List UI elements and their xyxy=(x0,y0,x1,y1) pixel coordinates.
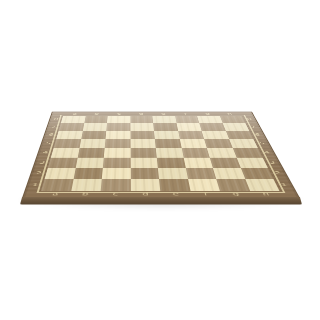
square-b5 xyxy=(79,139,105,148)
rank-label-1: 1 xyxy=(32,183,39,187)
square-c3 xyxy=(103,157,130,167)
perspective-wrapper: abcdefgh abcdefgh 87654321 87654321 xyxy=(0,0,300,198)
square-c1 xyxy=(101,179,131,191)
square-e6 xyxy=(154,131,180,139)
square-d5 xyxy=(130,139,156,148)
rank-label-2: 2 xyxy=(35,171,42,175)
square-f1 xyxy=(188,179,220,191)
rank-label-5: 5 xyxy=(259,142,266,145)
square-c2 xyxy=(102,168,131,179)
square-g6 xyxy=(202,131,229,139)
square-d7 xyxy=(130,123,154,131)
square-f4 xyxy=(181,148,209,158)
file-label-e: e xyxy=(172,192,179,196)
rank-label-3: 3 xyxy=(269,161,276,164)
square-c8 xyxy=(107,116,130,123)
square-g4 xyxy=(207,148,236,158)
rank-label-7: 7 xyxy=(250,126,256,129)
file-label-d: d xyxy=(142,192,149,196)
square-c6 xyxy=(106,131,131,139)
rank-label-4: 4 xyxy=(42,151,48,154)
square-f6 xyxy=(178,131,204,139)
square-h6 xyxy=(225,131,253,139)
square-g5 xyxy=(204,139,232,148)
rank-label-3: 3 xyxy=(39,161,46,164)
square-a3 xyxy=(48,157,77,167)
rank-label-7: 7 xyxy=(51,126,57,129)
square-b8 xyxy=(84,116,108,123)
square-e7 xyxy=(153,123,178,131)
file-label-e: e xyxy=(161,113,166,115)
file-label-g: g xyxy=(205,113,210,115)
square-e2 xyxy=(158,168,188,179)
square-h1 xyxy=(245,179,280,191)
square-f7 xyxy=(176,123,201,131)
file-label-a: a xyxy=(52,192,59,196)
square-h3 xyxy=(236,157,268,167)
square-e8 xyxy=(152,116,176,123)
file-label-g: g xyxy=(232,192,240,196)
file-label-h: h xyxy=(262,192,270,196)
square-h2 xyxy=(240,168,273,179)
square-g3 xyxy=(210,157,241,167)
square-a4 xyxy=(51,148,79,158)
rank-label-8: 8 xyxy=(246,118,252,120)
file-label-b: b xyxy=(94,113,99,115)
square-a8 xyxy=(61,116,85,123)
rank-label-2: 2 xyxy=(274,171,282,175)
square-f5 xyxy=(179,139,206,148)
board-front-edge xyxy=(20,197,302,205)
file-label-a: a xyxy=(72,113,77,115)
rank-label-1: 1 xyxy=(280,183,288,187)
product-photo-scene: abcdefgh abcdefgh 87654321 87654321 xyxy=(0,0,320,320)
square-h7 xyxy=(222,123,249,131)
square-e1 xyxy=(159,179,190,191)
file-label-d: d xyxy=(139,113,144,115)
square-f3 xyxy=(183,157,213,167)
square-a1 xyxy=(41,179,73,191)
file-label-f: f xyxy=(184,113,187,115)
rank-label-5: 5 xyxy=(45,142,51,145)
square-h5 xyxy=(229,139,258,148)
square-e4 xyxy=(156,148,183,158)
square-d6 xyxy=(130,131,155,139)
board-squares-grid xyxy=(41,116,279,191)
square-a2 xyxy=(45,168,76,179)
rank-label-8: 8 xyxy=(53,118,58,120)
rank-label-6: 6 xyxy=(254,133,260,136)
square-b3 xyxy=(75,157,103,167)
square-c4 xyxy=(104,148,130,158)
square-d4 xyxy=(130,148,157,158)
square-b2 xyxy=(73,168,103,179)
square-b6 xyxy=(81,131,106,139)
square-h8 xyxy=(219,116,245,123)
square-d1 xyxy=(130,179,160,191)
square-e3 xyxy=(157,157,186,167)
file-label-c: c xyxy=(113,192,119,196)
square-b4 xyxy=(77,148,104,158)
square-a5 xyxy=(54,139,81,148)
square-d2 xyxy=(130,168,159,179)
square-g7 xyxy=(199,123,225,131)
square-b7 xyxy=(82,123,107,131)
square-f8 xyxy=(175,116,200,123)
square-c7 xyxy=(106,123,130,131)
square-c5 xyxy=(105,139,131,148)
square-a6 xyxy=(56,131,82,139)
square-d3 xyxy=(130,157,158,167)
file-label-h: h xyxy=(227,113,233,115)
rank-label-4: 4 xyxy=(263,151,270,154)
square-h4 xyxy=(232,148,262,158)
file-label-f: f xyxy=(204,192,209,196)
square-g2 xyxy=(213,168,245,179)
rank-label-6: 6 xyxy=(48,133,54,136)
square-b1 xyxy=(71,179,102,191)
file-label-c: c xyxy=(117,113,121,115)
square-f2 xyxy=(185,168,216,179)
square-e5 xyxy=(155,139,181,148)
square-d8 xyxy=(130,116,153,123)
square-g8 xyxy=(197,116,222,123)
square-a7 xyxy=(59,123,84,131)
chess-board: abcdefgh abcdefgh 87654321 87654321 xyxy=(22,112,300,198)
file-label-b: b xyxy=(82,192,89,196)
